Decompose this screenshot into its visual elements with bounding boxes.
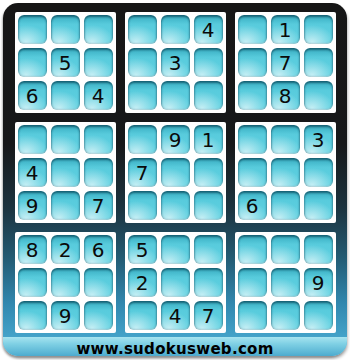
- sudoku-cell-r1c5[interactable]: [161, 15, 190, 44]
- sudoku-cell-r5c4[interactable]: 7: [128, 158, 157, 187]
- sudoku-cell-r3c3[interactable]: 4: [84, 81, 113, 110]
- sudoku-cell-r6c6[interactable]: [194, 191, 223, 220]
- sudoku-cell-r3c2[interactable]: [51, 81, 80, 110]
- sudoku-cell-r2c2[interactable]: 5: [51, 48, 80, 77]
- sudoku-cell-r9c9[interactable]: [304, 301, 333, 330]
- sudoku-cell-r6c5[interactable]: [161, 191, 190, 220]
- sudoku-cell-r3c1[interactable]: 6: [18, 81, 47, 110]
- sudoku-cell-r9c5[interactable]: 4: [161, 301, 190, 330]
- sudoku-cell-r9c8[interactable]: [271, 301, 300, 330]
- sudoku-box-7: 8269: [15, 232, 116, 333]
- sudoku-cell-r1c3[interactable]: [84, 15, 113, 44]
- sudoku-cell-r4c5[interactable]: 9: [161, 125, 190, 154]
- sudoku-cell-r8c5[interactable]: [161, 268, 190, 297]
- sudoku-cell-r5c9[interactable]: [304, 158, 333, 187]
- sudoku-cell-r2c8[interactable]: 7: [271, 48, 300, 77]
- sudoku-cell-r3c9[interactable]: [304, 81, 333, 110]
- sudoku-cell-r6c7[interactable]: 6: [238, 191, 267, 220]
- sudoku-cell-r8c7[interactable]: [238, 268, 267, 297]
- sudoku-cell-r5c1[interactable]: 4: [18, 158, 47, 187]
- sudoku-cell-r1c8[interactable]: 1: [271, 15, 300, 44]
- sudoku-cell-r5c2[interactable]: [51, 158, 80, 187]
- sudoku-cell-r2c1[interactable]: [18, 48, 47, 77]
- sudoku-box-5: 917: [125, 122, 226, 223]
- sudoku-cell-r4c7[interactable]: [238, 125, 267, 154]
- sudoku-cell-r8c1[interactable]: [18, 268, 47, 297]
- sudoku-cell-r4c2[interactable]: [51, 125, 80, 154]
- sudoku-cell-r4c8[interactable]: [271, 125, 300, 154]
- sudoku-cell-r1c1[interactable]: [18, 15, 47, 44]
- sudoku-cell-r1c4[interactable]: [128, 15, 157, 44]
- sudoku-cell-r4c4[interactable]: [128, 125, 157, 154]
- sudoku-cell-r6c4[interactable]: [128, 191, 157, 220]
- sudoku-cell-r7c7[interactable]: [238, 235, 267, 264]
- sudoku-cell-r2c9[interactable]: [304, 48, 333, 77]
- sudoku-board: 5644317849791736826952479: [15, 12, 336, 333]
- sudoku-box-8: 5247: [125, 232, 226, 333]
- sudoku-cell-r6c3[interactable]: 7: [84, 191, 113, 220]
- sudoku-frame: 5644317849791736826952479 www.sudokusweb…: [3, 3, 347, 356]
- sudoku-cell-r2c6[interactable]: [194, 48, 223, 77]
- sudoku-cell-r7c2[interactable]: 2: [51, 235, 80, 264]
- sudoku-cell-r3c5[interactable]: [161, 81, 190, 110]
- sudoku-cell-r1c9[interactable]: [304, 15, 333, 44]
- sudoku-cell-r9c1[interactable]: [18, 301, 47, 330]
- sudoku-cell-r5c7[interactable]: [238, 158, 267, 187]
- sudoku-cell-r6c8[interactable]: [271, 191, 300, 220]
- sudoku-cell-r6c1[interactable]: 9: [18, 191, 47, 220]
- sudoku-cell-r8c9[interactable]: 9: [304, 268, 333, 297]
- sudoku-cell-r8c3[interactable]: [84, 268, 113, 297]
- sudoku-box-2: 43: [125, 12, 226, 113]
- sudoku-cell-r7c1[interactable]: 8: [18, 235, 47, 264]
- sudoku-cell-r1c2[interactable]: [51, 15, 80, 44]
- sudoku-cell-r1c7[interactable]: [238, 15, 267, 44]
- sudoku-cell-r7c8[interactable]: [271, 235, 300, 264]
- sudoku-cell-r4c1[interactable]: [18, 125, 47, 154]
- sudoku-cell-r7c5[interactable]: [161, 235, 190, 264]
- sudoku-cell-r7c3[interactable]: 6: [84, 235, 113, 264]
- sudoku-cell-r8c8[interactable]: [271, 268, 300, 297]
- sudoku-box-3: 178: [235, 12, 336, 113]
- sudoku-cell-r7c6[interactable]: [194, 235, 223, 264]
- sudoku-cell-r3c6[interactable]: [194, 81, 223, 110]
- sudoku-cell-r5c6[interactable]: [194, 158, 223, 187]
- page-background: 5644317849791736826952479 www.sudokusweb…: [0, 0, 350, 360]
- sudoku-cell-r2c4[interactable]: [128, 48, 157, 77]
- sudoku-box-4: 497: [15, 122, 116, 223]
- sudoku-cell-r8c6[interactable]: [194, 268, 223, 297]
- sudoku-cell-r6c2[interactable]: [51, 191, 80, 220]
- sudoku-cell-r4c3[interactable]: [84, 125, 113, 154]
- sudoku-cell-r2c3[interactable]: [84, 48, 113, 77]
- sudoku-cell-r5c3[interactable]: [84, 158, 113, 187]
- sudoku-cell-r9c6[interactable]: 7: [194, 301, 223, 330]
- sudoku-cell-r6c9[interactable]: [304, 191, 333, 220]
- sudoku-cell-r5c5[interactable]: [161, 158, 190, 187]
- sudoku-box-1: 564: [15, 12, 116, 113]
- sudoku-cell-r4c9[interactable]: 3: [304, 125, 333, 154]
- sudoku-cell-r9c2[interactable]: 9: [51, 301, 80, 330]
- sudoku-cell-r4c6[interactable]: 1: [194, 125, 223, 154]
- sudoku-cell-r2c7[interactable]: [238, 48, 267, 77]
- sudoku-cell-r2c5[interactable]: 3: [161, 48, 190, 77]
- sudoku-cell-r9c3[interactable]: [84, 301, 113, 330]
- website-url: www.sudokusweb.com: [76, 340, 273, 357]
- sudoku-cell-r8c4[interactable]: 2: [128, 268, 157, 297]
- sudoku-cell-r3c7[interactable]: [238, 81, 267, 110]
- sudoku-cell-r9c4[interactable]: [128, 301, 157, 330]
- sudoku-box-9: 9: [235, 232, 336, 333]
- sudoku-cell-r7c9[interactable]: [304, 235, 333, 264]
- sudoku-cell-r8c2[interactable]: [51, 268, 80, 297]
- footer-bar: www.sudokusweb.com: [3, 337, 347, 356]
- sudoku-cell-r7c4[interactable]: 5: [128, 235, 157, 264]
- sudoku-cell-r3c8[interactable]: 8: [271, 81, 300, 110]
- sudoku-cell-r3c4[interactable]: [128, 81, 157, 110]
- sudoku-cell-r1c6[interactable]: 4: [194, 15, 223, 44]
- sudoku-cell-r5c8[interactable]: [271, 158, 300, 187]
- sudoku-box-6: 36: [235, 122, 336, 223]
- sudoku-cell-r9c7[interactable]: [238, 301, 267, 330]
